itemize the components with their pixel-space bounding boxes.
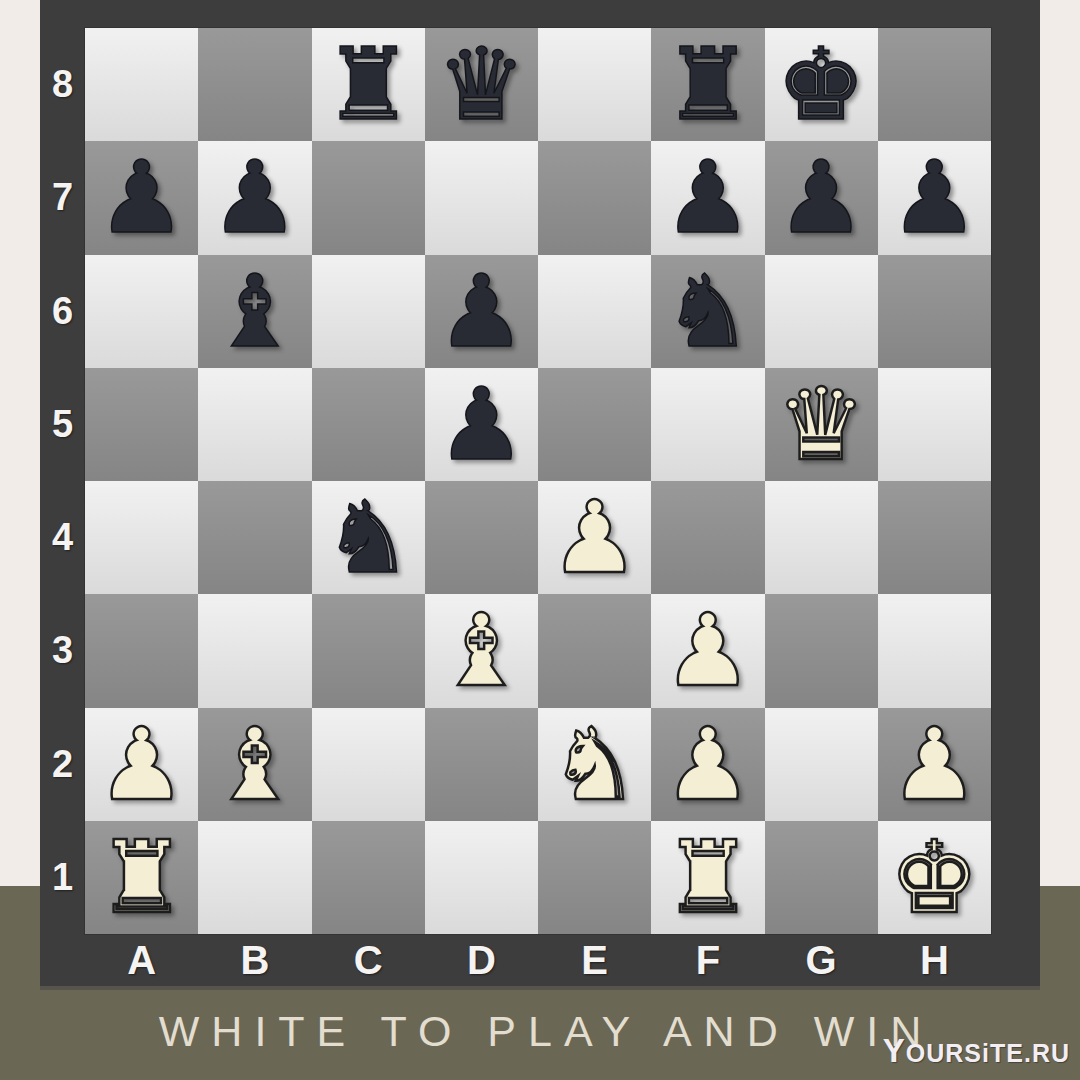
square-g1	[765, 821, 878, 934]
square-g7: ♟	[765, 141, 878, 254]
rank-label-3: 3	[40, 594, 85, 707]
square-c2	[312, 708, 425, 821]
square-e7	[538, 141, 651, 254]
black-pawn-a7: ♟	[97, 141, 187, 254]
square-a8	[85, 28, 198, 141]
square-e4: ♟	[538, 481, 651, 594]
square-c4: ♞	[312, 481, 425, 594]
square-h7: ♟	[878, 141, 991, 254]
rank-label-5: 5	[40, 368, 85, 481]
board-frame: 87654321 ♜♛♜♚♟♟♟♟♟♝♟♞♟♛♞♟♝♟♟♝♞♟♟♜♜♚ ABCD…	[40, 0, 1040, 990]
rank-label-2: 2	[40, 708, 85, 821]
square-f8: ♜	[651, 28, 764, 141]
white-rook-a1: ♜	[97, 821, 187, 934]
square-a5	[85, 368, 198, 481]
square-b6: ♝	[198, 255, 311, 368]
black-knight-c4: ♞	[323, 481, 413, 594]
white-pawn-e4: ♟	[550, 481, 640, 594]
white-pawn-f2: ♟	[663, 708, 753, 821]
square-d3: ♝	[425, 594, 538, 707]
square-g4	[765, 481, 878, 594]
square-h6	[878, 255, 991, 368]
square-d7	[425, 141, 538, 254]
square-e8	[538, 28, 651, 141]
file-label-h: H	[878, 934, 991, 986]
black-pawn-g7: ♟	[776, 141, 866, 254]
square-h8	[878, 28, 991, 141]
square-a1: ♜	[85, 821, 198, 934]
square-c1	[312, 821, 425, 934]
square-b2: ♝	[198, 708, 311, 821]
file-labels: ABCDEFGH	[85, 934, 991, 986]
black-knight-f6: ♞	[663, 255, 753, 368]
file-label-e: E	[538, 934, 651, 986]
square-f7: ♟	[651, 141, 764, 254]
square-h2: ♟	[878, 708, 991, 821]
square-g3	[765, 594, 878, 707]
square-a6	[85, 255, 198, 368]
square-c7	[312, 141, 425, 254]
white-pawn-f3: ♟	[663, 594, 753, 707]
square-b7: ♟	[198, 141, 311, 254]
square-h4	[878, 481, 991, 594]
white-pawn-a2: ♟	[97, 708, 187, 821]
square-b8	[198, 28, 311, 141]
black-rook-c8: ♜	[323, 28, 413, 141]
white-king-h1: ♚	[890, 821, 980, 934]
square-b1	[198, 821, 311, 934]
white-pawn-h2: ♟	[890, 708, 980, 821]
square-c3	[312, 594, 425, 707]
file-label-d: D	[425, 934, 538, 986]
rank-label-6: 6	[40, 255, 85, 368]
white-bishop-b2: ♝	[210, 708, 300, 821]
black-pawn-d6: ♟	[437, 255, 527, 368]
watermark-text: YOURSiTE.RU	[883, 1032, 1070, 1070]
square-b3	[198, 594, 311, 707]
square-e3	[538, 594, 651, 707]
square-c8: ♜	[312, 28, 425, 141]
square-f6: ♞	[651, 255, 764, 368]
square-c6	[312, 255, 425, 368]
file-label-c: C	[312, 934, 425, 986]
square-d6: ♟	[425, 255, 538, 368]
square-h3	[878, 594, 991, 707]
square-d5: ♟	[425, 368, 538, 481]
rank-label-8: 8	[40, 28, 85, 141]
square-g6	[765, 255, 878, 368]
square-f5	[651, 368, 764, 481]
file-label-a: A	[85, 934, 198, 986]
black-bishop-b6: ♝	[210, 255, 300, 368]
white-rook-f1: ♜	[663, 821, 753, 934]
square-h5	[878, 368, 991, 481]
square-c5	[312, 368, 425, 481]
square-d1	[425, 821, 538, 934]
square-e2: ♞	[538, 708, 651, 821]
square-f1: ♜	[651, 821, 764, 934]
rank-label-7: 7	[40, 141, 85, 254]
square-d4	[425, 481, 538, 594]
square-g5: ♛	[765, 368, 878, 481]
square-f2: ♟	[651, 708, 764, 821]
page-background: 87654321 ♜♛♜♚♟♟♟♟♟♝♟♞♟♛♞♟♝♟♟♝♞♟♟♜♜♚ ABCD…	[0, 0, 1080, 1080]
black-pawn-d5: ♟	[437, 368, 527, 481]
square-b4	[198, 481, 311, 594]
black-pawn-h7: ♟	[890, 141, 980, 254]
white-queen-g5: ♛	[776, 368, 866, 481]
square-g2	[765, 708, 878, 821]
square-a7: ♟	[85, 141, 198, 254]
square-g8: ♚	[765, 28, 878, 141]
square-d2	[425, 708, 538, 821]
black-pawn-b7: ♟	[210, 141, 300, 254]
square-d8: ♛	[425, 28, 538, 141]
black-rook-f8: ♜	[663, 28, 753, 141]
rank-label-1: 1	[40, 821, 85, 934]
black-queen-d8: ♛	[437, 28, 527, 141]
file-label-f: F	[651, 934, 764, 986]
file-label-g: G	[765, 934, 878, 986]
file-label-b: B	[198, 934, 311, 986]
black-king-g8: ♚	[776, 28, 866, 141]
rank-label-4: 4	[40, 481, 85, 594]
black-pawn-f7: ♟	[663, 141, 753, 254]
white-bishop-d3: ♝	[437, 594, 527, 707]
rank-labels: 87654321	[40, 28, 85, 934]
square-f3: ♟	[651, 594, 764, 707]
square-a3	[85, 594, 198, 707]
board: ♜♛♜♚♟♟♟♟♟♝♟♞♟♛♞♟♝♟♟♝♞♟♟♜♜♚	[85, 28, 991, 934]
square-e6	[538, 255, 651, 368]
square-e1	[538, 821, 651, 934]
square-f4	[651, 481, 764, 594]
square-h1: ♚	[878, 821, 991, 934]
square-e5	[538, 368, 651, 481]
white-knight-e2: ♞	[550, 708, 640, 821]
square-a2: ♟	[85, 708, 198, 821]
square-a4	[85, 481, 198, 594]
square-b5	[198, 368, 311, 481]
caption-text: WHITE TO PLAY AND WIN	[147, 1007, 933, 1056]
